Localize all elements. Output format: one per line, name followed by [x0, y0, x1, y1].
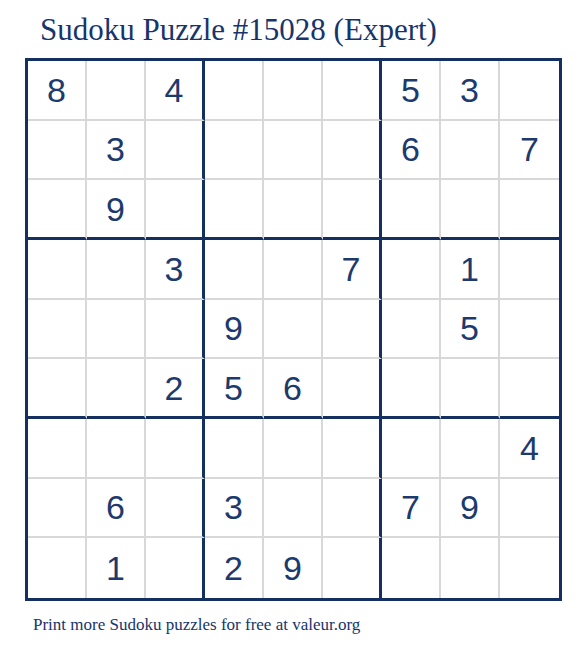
sudoku-cell-r9c4[interactable]: 2: [205, 538, 264, 598]
sudoku-cell-r9c1[interactable]: [28, 538, 87, 598]
sudoku-cell-r4c5[interactable]: [264, 240, 323, 300]
sudoku-cell-r9c7[interactable]: [382, 538, 441, 598]
sudoku-cell-r3c3[interactable]: [146, 180, 205, 240]
sudoku-cell-r4c6[interactable]: 7: [323, 240, 382, 300]
sudoku-cell-r3c4[interactable]: [205, 180, 264, 240]
sudoku-cell-r7c1[interactable]: [28, 419, 87, 479]
sudoku-cell-r6c2[interactable]: [87, 359, 146, 419]
sudoku-cell-r8c8[interactable]: 9: [441, 479, 500, 539]
sudoku-cell-r5c8[interactable]: 5: [441, 300, 500, 360]
sudoku-cell-r2c5[interactable]: [264, 121, 323, 181]
sudoku-cell-r5c6[interactable]: [323, 300, 382, 360]
sudoku-cell-r3c1[interactable]: [28, 180, 87, 240]
sudoku-cell-r5c3[interactable]: [146, 300, 205, 360]
sudoku-cell-r2c3[interactable]: [146, 121, 205, 181]
sudoku-cell-r1c8[interactable]: 3: [441, 61, 500, 121]
sudoku-cell-r2c1[interactable]: [28, 121, 87, 181]
sudoku-cell-r3c7[interactable]: [382, 180, 441, 240]
sudoku-cell-r2c9[interactable]: 7: [500, 121, 559, 181]
sudoku-cell-r5c7[interactable]: [382, 300, 441, 360]
sudoku-cell-r8c1[interactable]: [28, 479, 87, 539]
sudoku-cell-r2c8[interactable]: [441, 121, 500, 181]
sudoku-cell-r5c2[interactable]: [87, 300, 146, 360]
sudoku-cell-r6c5[interactable]: 6: [264, 359, 323, 419]
sudoku-cell-r6c1[interactable]: [28, 359, 87, 419]
sudoku-cell-r2c4[interactable]: [205, 121, 264, 181]
sudoku-board: 845336793719525646379129: [25, 58, 562, 601]
sudoku-cell-r4c2[interactable]: [87, 240, 146, 300]
sudoku-cell-r1c4[interactable]: [205, 61, 264, 121]
sudoku-cell-r3c9[interactable]: [500, 180, 559, 240]
sudoku-cell-r2c6[interactable]: [323, 121, 382, 181]
sudoku-cell-r9c9[interactable]: [500, 538, 559, 598]
sudoku-cell-r1c9[interactable]: [500, 61, 559, 121]
sudoku-cell-r1c5[interactable]: [264, 61, 323, 121]
sudoku-cell-r6c9[interactable]: [500, 359, 559, 419]
sudoku-cell-r9c3[interactable]: [146, 538, 205, 598]
sudoku-cell-r9c8[interactable]: [441, 538, 500, 598]
sudoku-cell-r3c2[interactable]: 9: [87, 180, 146, 240]
sudoku-cell-r7c4[interactable]: [205, 419, 264, 479]
sudoku-cell-r6c4[interactable]: 5: [205, 359, 264, 419]
sudoku-cell-r1c6[interactable]: [323, 61, 382, 121]
sudoku-cell-r1c7[interactable]: 5: [382, 61, 441, 121]
sudoku-cell-r3c6[interactable]: [323, 180, 382, 240]
sudoku-cell-r8c3[interactable]: [146, 479, 205, 539]
sudoku-cell-r7c3[interactable]: [146, 419, 205, 479]
sudoku-cell-r5c4[interactable]: 9: [205, 300, 264, 360]
sudoku-cell-r2c2[interactable]: 3: [87, 121, 146, 181]
sudoku-cell-r6c3[interactable]: 2: [146, 359, 205, 419]
footer-text: Print more Sudoku puzzles for free at va…: [33, 615, 360, 635]
sudoku-cell-r9c2[interactable]: 1: [87, 538, 146, 598]
sudoku-cell-r7c7[interactable]: [382, 419, 441, 479]
page-title: Sudoku Puzzle #15028 (Expert): [40, 12, 437, 48]
sudoku-cell-r5c5[interactable]: [264, 300, 323, 360]
sudoku-cell-r8c6[interactable]: [323, 479, 382, 539]
sudoku-page: Sudoku Puzzle #15028 (Expert) 8453367937…: [0, 0, 580, 651]
sudoku-cell-r1c3[interactable]: 4: [146, 61, 205, 121]
sudoku-cell-r2c7[interactable]: 6: [382, 121, 441, 181]
sudoku-cell-r6c8[interactable]: [441, 359, 500, 419]
sudoku-cell-r4c3[interactable]: 3: [146, 240, 205, 300]
sudoku-cell-r4c1[interactable]: [28, 240, 87, 300]
sudoku-cell-r3c8[interactable]: [441, 180, 500, 240]
sudoku-cell-r7c9[interactable]: 4: [500, 419, 559, 479]
sudoku-cell-r7c2[interactable]: [87, 419, 146, 479]
sudoku-cell-r5c9[interactable]: [500, 300, 559, 360]
sudoku-cell-r4c8[interactable]: 1: [441, 240, 500, 300]
sudoku-cell-r9c5[interactable]: 9: [264, 538, 323, 598]
sudoku-cell-r4c9[interactable]: [500, 240, 559, 300]
sudoku-cell-r6c6[interactable]: [323, 359, 382, 419]
sudoku-cell-r8c4[interactable]: 3: [205, 479, 264, 539]
sudoku-cell-r7c6[interactable]: [323, 419, 382, 479]
sudoku-cell-r8c5[interactable]: [264, 479, 323, 539]
sudoku-cell-r5c1[interactable]: [28, 300, 87, 360]
sudoku-cell-r9c6[interactable]: [323, 538, 382, 598]
sudoku-cell-r3c5[interactable]: [264, 180, 323, 240]
sudoku-cell-r1c1[interactable]: 8: [28, 61, 87, 121]
sudoku-cell-r4c7[interactable]: [382, 240, 441, 300]
sudoku-cell-r7c5[interactable]: [264, 419, 323, 479]
sudoku-cell-r4c4[interactable]: [205, 240, 264, 300]
sudoku-cell-r6c7[interactable]: [382, 359, 441, 419]
sudoku-cell-r1c2[interactable]: [87, 61, 146, 121]
sudoku-cell-r8c2[interactable]: 6: [87, 479, 146, 539]
sudoku-cell-r8c9[interactable]: [500, 479, 559, 539]
sudoku-cell-r8c7[interactable]: 7: [382, 479, 441, 539]
sudoku-cell-r7c8[interactable]: [441, 419, 500, 479]
